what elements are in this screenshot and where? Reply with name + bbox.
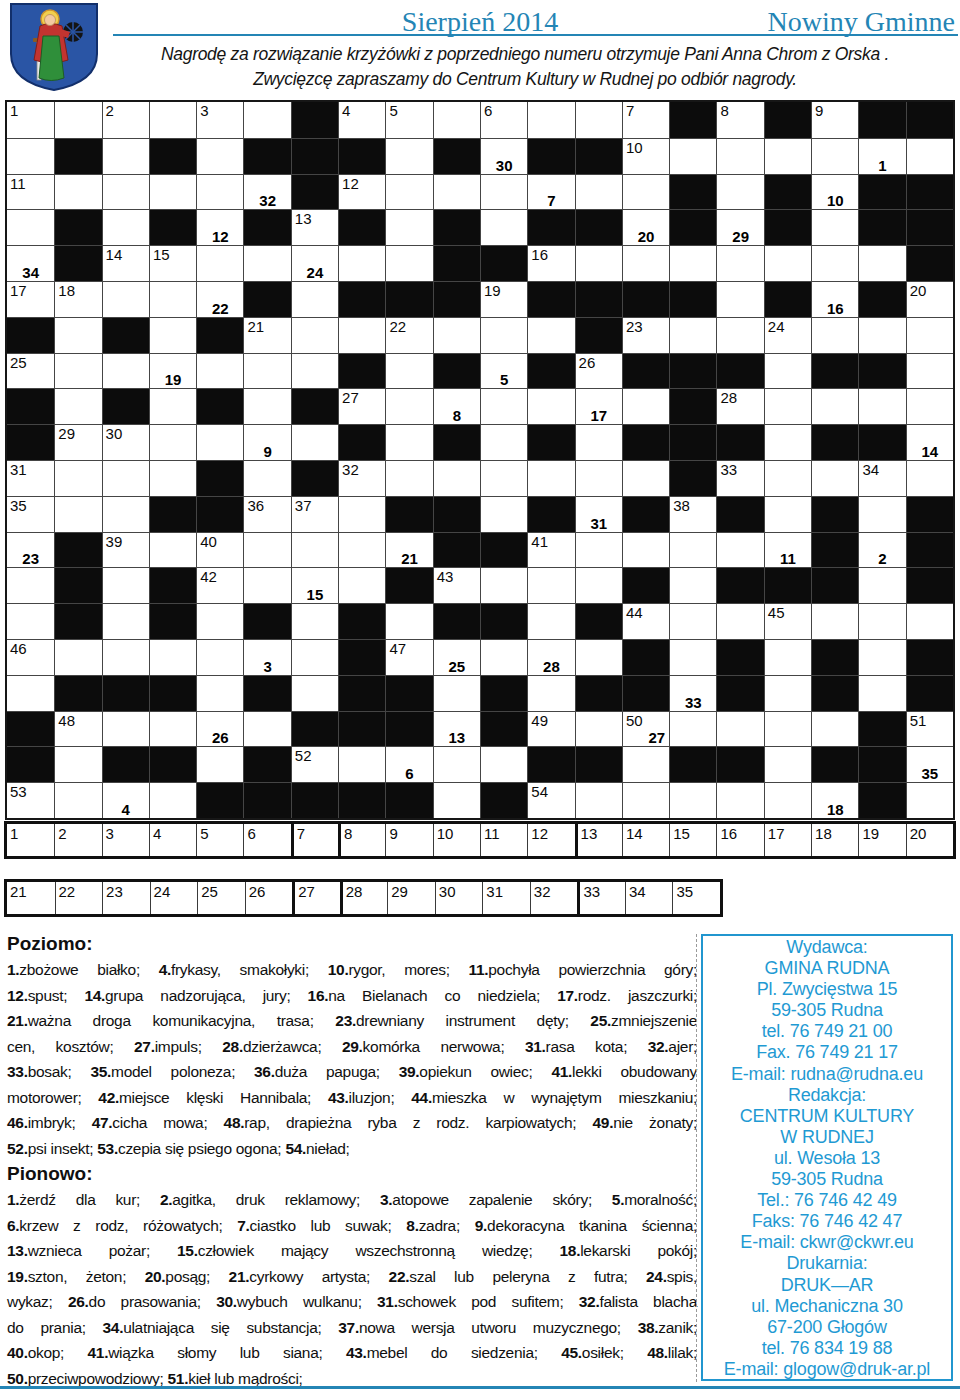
strip-cell-number: 11 bbox=[484, 825, 500, 842]
cell-r18c5[interactable]: 26 bbox=[196, 711, 243, 747]
strip-cell-10[interactable]: 10 bbox=[433, 824, 480, 856]
cell-r5c13[interactable] bbox=[575, 245, 622, 281]
cell-r11c19[interactable]: 34 bbox=[858, 460, 905, 496]
strip-cell-25[interactable]: 25 bbox=[197, 882, 245, 914]
cell-r10c3[interactable]: 30 bbox=[102, 424, 149, 460]
answer-strip-1[interactable]: 1234567891011121314151617181920 bbox=[4, 821, 956, 859]
cell-r5c19[interactable] bbox=[858, 245, 905, 281]
cell-r15c3[interactable] bbox=[102, 603, 149, 639]
cell-r16c12[interactable]: 28 bbox=[527, 639, 574, 675]
cell-r5c12[interactable]: 16 bbox=[527, 245, 574, 281]
cell-r14c13[interactable] bbox=[575, 567, 622, 603]
cell-r1c9[interactable]: 5 bbox=[385, 102, 432, 138]
cell-r15c5[interactable] bbox=[196, 603, 243, 639]
strip-cell-33[interactable]: 33 bbox=[577, 882, 625, 914]
strip-cell-5[interactable]: 5 bbox=[196, 824, 243, 856]
cell-r19c20[interactable]: 35 bbox=[906, 746, 953, 782]
strip-cell-8[interactable]: 8 bbox=[338, 824, 385, 856]
cell-r16c9[interactable]: 47 bbox=[385, 639, 432, 675]
cell-r11c1[interactable]: 31 bbox=[7, 460, 54, 496]
cell-r10c20[interactable]: 14 bbox=[906, 424, 953, 460]
strip-cell-12[interactable]: 12 bbox=[527, 824, 574, 856]
cell-r17c7[interactable] bbox=[291, 675, 338, 711]
cell-r15c16[interactable] bbox=[716, 603, 763, 639]
cell-r11c4[interactable] bbox=[149, 460, 196, 496]
crossword-grid[interactable]: 1234567893010111321271012132029341415241… bbox=[5, 100, 955, 820]
cell-r16c15[interactable] bbox=[669, 639, 716, 675]
cell-r3c1[interactable]: 11 bbox=[7, 174, 54, 210]
cell-r9c19[interactable] bbox=[858, 388, 905, 424]
strip-cell-26[interactable]: 26 bbox=[245, 882, 293, 914]
cell-r16c19[interactable] bbox=[858, 639, 905, 675]
cell-r12c19[interactable] bbox=[858, 496, 905, 532]
cell-r18c3[interactable] bbox=[102, 711, 149, 747]
cell-r15c19[interactable] bbox=[858, 603, 905, 639]
cell-r7c18[interactable] bbox=[811, 317, 858, 353]
cell-r1c16[interactable]: 8 bbox=[716, 102, 763, 138]
cell-r7c15[interactable] bbox=[669, 317, 716, 353]
cell-r15c1[interactable] bbox=[7, 603, 54, 639]
cell-r17c12[interactable] bbox=[527, 675, 574, 711]
cell-r20c13[interactable] bbox=[575, 782, 622, 818]
cell-r11c6[interactable] bbox=[243, 460, 290, 496]
cell-r15c12[interactable] bbox=[527, 603, 574, 639]
cell-r12c8[interactable] bbox=[338, 496, 385, 532]
cell-r1c18[interactable]: 9 bbox=[811, 102, 858, 138]
cell-r14c10[interactable]: 43 bbox=[433, 567, 480, 603]
cell-r19c8[interactable] bbox=[338, 746, 385, 782]
cell-r20c10[interactable] bbox=[433, 782, 480, 818]
cell-r6c18[interactable]: 16 bbox=[811, 281, 858, 317]
cell-r8c9[interactable] bbox=[385, 353, 432, 389]
cell-r15c9[interactable] bbox=[385, 603, 432, 639]
cell-r16c7[interactable] bbox=[291, 639, 338, 675]
cell-r9c2[interactable] bbox=[54, 388, 101, 424]
cell-r7c17[interactable]: 24 bbox=[764, 317, 811, 353]
strip-cell-22[interactable]: 22 bbox=[55, 882, 103, 914]
cell-r6c11[interactable]: 19 bbox=[480, 281, 527, 317]
cell-r4c16[interactable]: 29 bbox=[716, 209, 763, 245]
cell-r16c2[interactable] bbox=[54, 639, 101, 675]
cell-r13c17[interactable]: 11 bbox=[764, 532, 811, 568]
cell-r13c16[interactable] bbox=[716, 532, 763, 568]
cell-r12c6[interactable]: 36 bbox=[243, 496, 290, 532]
cell-r19c10[interactable] bbox=[433, 746, 480, 782]
cell-r9c17[interactable] bbox=[764, 388, 811, 424]
cell-r5c4[interactable]: 15 bbox=[149, 245, 196, 281]
cell-r8c3[interactable] bbox=[102, 353, 149, 389]
clue-number: 20 bbox=[910, 282, 927, 299]
strip-cell-31[interactable]: 31 bbox=[482, 882, 530, 914]
cell-r15c15[interactable] bbox=[669, 603, 716, 639]
cell-r10c4[interactable] bbox=[149, 424, 196, 460]
cell-r3c13[interactable] bbox=[575, 174, 622, 210]
cell-r7c12[interactable] bbox=[527, 317, 574, 353]
cell-r13c3[interactable]: 39 bbox=[102, 532, 149, 568]
cell-r8c13[interactable]: 26 bbox=[575, 353, 622, 389]
cell-r4c9[interactable] bbox=[385, 209, 432, 245]
strip-cell-11[interactable]: 11 bbox=[480, 824, 527, 856]
strip-cell-2[interactable]: 2 bbox=[54, 824, 101, 856]
cell-r14c6[interactable] bbox=[243, 567, 290, 603]
strip-cell-18[interactable]: 18 bbox=[811, 824, 858, 856]
cell-r9c18[interactable] bbox=[811, 388, 858, 424]
cell-r20c17[interactable] bbox=[764, 782, 811, 818]
cell-r8c4[interactable]: 19 bbox=[149, 353, 196, 389]
cell-r1c5[interactable]: 3 bbox=[196, 102, 243, 138]
strip-cell-7[interactable]: 7 bbox=[291, 824, 338, 856]
cell-r11c12[interactable] bbox=[527, 460, 574, 496]
cell-r2c19[interactable]: 1 bbox=[858, 138, 905, 174]
strip-cell-6[interactable]: 6 bbox=[243, 824, 290, 856]
strip-cell-15[interactable]: 15 bbox=[669, 824, 716, 856]
cell-r13c6[interactable] bbox=[243, 532, 290, 568]
cell-r18c18[interactable] bbox=[811, 711, 858, 747]
cell-r13c7[interactable] bbox=[291, 532, 338, 568]
cell-r6c4[interactable] bbox=[149, 281, 196, 317]
cell-r5c1[interactable]: 34 bbox=[7, 245, 54, 281]
cell-r13c9[interactable]: 21 bbox=[385, 532, 432, 568]
cell-r11c14[interactable] bbox=[622, 460, 669, 496]
cell-r3c18[interactable]: 10 bbox=[811, 174, 858, 210]
cell-r17c10[interactable] bbox=[433, 675, 480, 711]
cell-r3c11[interactable] bbox=[480, 174, 527, 210]
cell-r5c14[interactable] bbox=[622, 245, 669, 281]
cell-r16c5[interactable] bbox=[196, 639, 243, 675]
cell-r7c20[interactable] bbox=[906, 317, 953, 353]
cell-r20c1[interactable]: 53 bbox=[7, 782, 54, 818]
strip-cell-24[interactable]: 24 bbox=[150, 882, 198, 914]
cell-r16c1[interactable]: 46 bbox=[7, 639, 54, 675]
cell-r13c15[interactable] bbox=[669, 532, 716, 568]
cell-r2c3[interactable] bbox=[102, 138, 149, 174]
cell-r15c18[interactable] bbox=[811, 603, 858, 639]
cell-r10c13[interactable] bbox=[575, 424, 622, 460]
cell-r18c16[interactable] bbox=[716, 711, 763, 747]
cell-r8c5[interactable] bbox=[196, 353, 243, 389]
cell-r16c13[interactable] bbox=[575, 639, 622, 675]
cell-r7c7[interactable] bbox=[291, 317, 338, 353]
cell-r7c9[interactable]: 22 bbox=[385, 317, 432, 353]
cell-r4c18[interactable] bbox=[811, 209, 858, 245]
cell-r9c6[interactable] bbox=[243, 388, 290, 424]
strip-cell-28[interactable]: 28 bbox=[340, 882, 388, 914]
cell-r20c16[interactable] bbox=[716, 782, 763, 818]
cell-r7c8[interactable] bbox=[338, 317, 385, 353]
cell-r5c15[interactable] bbox=[669, 245, 716, 281]
cell-r6c2[interactable]: 18 bbox=[54, 281, 101, 317]
cell-r13c12[interactable]: 41 bbox=[527, 532, 574, 568]
cell-r20c14[interactable] bbox=[622, 782, 669, 818]
strip-cell-32[interactable]: 32 bbox=[530, 882, 578, 914]
cell-r14c15[interactable] bbox=[669, 567, 716, 603]
cell-r9c8[interactable]: 27 bbox=[338, 388, 385, 424]
cell-r7c19[interactable] bbox=[858, 317, 905, 353]
cell-r1c4[interactable] bbox=[149, 102, 196, 138]
cell-r3c3[interactable] bbox=[102, 174, 149, 210]
cell-r1c13[interactable] bbox=[575, 102, 622, 138]
cell-r4c14[interactable]: 20 bbox=[622, 209, 669, 245]
cell-r19c11[interactable] bbox=[480, 746, 527, 782]
cell-r12c3[interactable] bbox=[102, 496, 149, 532]
strip-cell-16[interactable]: 16 bbox=[716, 824, 763, 856]
cell-r9c20[interactable] bbox=[906, 388, 953, 424]
cell-r20c18[interactable]: 18 bbox=[811, 782, 858, 818]
cell-r2c1[interactable] bbox=[7, 138, 54, 174]
cell-r5c17[interactable] bbox=[764, 245, 811, 281]
strip-cell-34[interactable]: 34 bbox=[625, 882, 673, 914]
cell-r13c14[interactable] bbox=[622, 532, 669, 568]
cell-r9c9[interactable] bbox=[385, 388, 432, 424]
cell-r9c14[interactable] bbox=[622, 388, 669, 424]
cell-r19c14[interactable] bbox=[622, 746, 669, 782]
cell-r11c10[interactable] bbox=[433, 460, 480, 496]
cell-r17c5[interactable] bbox=[196, 675, 243, 711]
cell-r3c5[interactable] bbox=[196, 174, 243, 210]
cell-r8c6[interactable] bbox=[243, 353, 290, 389]
cell-r6c5[interactable]: 22 bbox=[196, 281, 243, 317]
cell-r19c5[interactable] bbox=[196, 746, 243, 782]
cell-r13c8[interactable] bbox=[338, 532, 385, 568]
cell-r10c17[interactable] bbox=[764, 424, 811, 460]
cell-r2c11[interactable]: 30 bbox=[480, 138, 527, 174]
cell-r11c20[interactable] bbox=[906, 460, 953, 496]
cell-r16c11[interactable] bbox=[480, 639, 527, 675]
cell-r14c3[interactable] bbox=[102, 567, 149, 603]
cell-r7c16[interactable] bbox=[716, 317, 763, 353]
cell-r20c3[interactable]: 4 bbox=[102, 782, 149, 818]
cell-r11c16[interactable]: 33 bbox=[716, 460, 763, 496]
cell-r8c7[interactable] bbox=[291, 353, 338, 389]
cell-r13c19[interactable]: 2 bbox=[858, 532, 905, 568]
cell-r1c14[interactable]: 7 bbox=[622, 102, 669, 138]
cell-r18c6[interactable] bbox=[243, 711, 290, 747]
cell-r7c14[interactable]: 23 bbox=[622, 317, 669, 353]
cell-r11c17[interactable] bbox=[764, 460, 811, 496]
strip-cell-21[interactable]: 21 bbox=[7, 882, 55, 914]
cell-r6c7[interactable] bbox=[291, 281, 338, 317]
strip-cell-35[interactable]: 35 bbox=[672, 882, 720, 914]
cell-r4c3[interactable] bbox=[102, 209, 149, 245]
cell-r3c8[interactable]: 12 bbox=[338, 174, 385, 210]
cell-r14c7[interactable]: 15 bbox=[291, 567, 338, 603]
cell-r12c13[interactable]: 31 bbox=[575, 496, 622, 532]
cell-r2c5[interactable] bbox=[196, 138, 243, 174]
cell-r10c2[interactable]: 29 bbox=[54, 424, 101, 460]
strip-cell-23[interactable]: 23 bbox=[102, 882, 150, 914]
cell-r12c17[interactable] bbox=[764, 496, 811, 532]
cell-r13c5[interactable]: 40 bbox=[196, 532, 243, 568]
cell-r6c20[interactable]: 20 bbox=[906, 281, 953, 317]
strip-cell-30[interactable]: 30 bbox=[435, 882, 483, 914]
strip-cell-27[interactable]: 27 bbox=[292, 882, 340, 914]
cell-r1c11[interactable]: 6 bbox=[480, 102, 527, 138]
cell-r1c10[interactable] bbox=[433, 102, 480, 138]
cell-r1c1[interactable]: 1 bbox=[7, 102, 54, 138]
cell-r9c4[interactable] bbox=[149, 388, 196, 424]
cell-r7c11[interactable] bbox=[480, 317, 527, 353]
cell-r5c3[interactable]: 14 bbox=[102, 245, 149, 281]
cell-r15c14[interactable]: 44 bbox=[622, 603, 669, 639]
strip-cell-13[interactable]: 13 bbox=[575, 824, 622, 856]
cell-r1c8[interactable]: 4 bbox=[338, 102, 385, 138]
cell-r16c6[interactable]: 3 bbox=[243, 639, 290, 675]
strip-cell-3[interactable]: 3 bbox=[102, 824, 149, 856]
cell-r19c7[interactable]: 52 bbox=[291, 746, 338, 782]
cell-r16c17[interactable] bbox=[764, 639, 811, 675]
cell-r18c13[interactable] bbox=[575, 711, 622, 747]
cell-r18c15[interactable] bbox=[669, 711, 716, 747]
cell-r20c4[interactable] bbox=[149, 782, 196, 818]
cell-r11c3[interactable] bbox=[102, 460, 149, 496]
cell-r14c1[interactable] bbox=[7, 567, 54, 603]
cell-r15c20[interactable] bbox=[906, 603, 953, 639]
cell-r9c16[interactable]: 28 bbox=[716, 388, 763, 424]
cell-r8c17[interactable] bbox=[764, 353, 811, 389]
cell-r18c20[interactable]: 51 bbox=[906, 711, 953, 747]
cell-r7c6[interactable]: 21 bbox=[243, 317, 290, 353]
cell-r1c12[interactable] bbox=[527, 102, 574, 138]
cell-r9c10[interactable]: 8 bbox=[433, 388, 480, 424]
cell-r20c12[interactable]: 54 bbox=[527, 782, 574, 818]
strip-cell-14[interactable]: 14 bbox=[622, 824, 669, 856]
cell-r5c9[interactable] bbox=[385, 245, 432, 281]
cell-r3c16[interactable] bbox=[716, 174, 763, 210]
cell-r5c16[interactable] bbox=[716, 245, 763, 281]
cell-r2c9[interactable] bbox=[385, 138, 432, 174]
cell-r14c8[interactable] bbox=[338, 567, 385, 603]
cell-r15c7[interactable] bbox=[291, 603, 338, 639]
cell-r18c17[interactable] bbox=[764, 711, 811, 747]
cell-r2c17[interactable] bbox=[764, 138, 811, 174]
strip-cell-20[interactable]: 20 bbox=[906, 824, 953, 856]
cell-r10c5[interactable] bbox=[196, 424, 243, 460]
strip-cell-17[interactable]: 17 bbox=[764, 824, 811, 856]
cell-r8c20[interactable] bbox=[906, 353, 953, 389]
cell-r16c10[interactable]: 25 bbox=[433, 639, 480, 675]
cell-r17c1[interactable] bbox=[7, 675, 54, 711]
cell-r20c15[interactable] bbox=[669, 782, 716, 818]
cell-r4c5[interactable]: 12 bbox=[196, 209, 243, 245]
cell-r16c4[interactable] bbox=[149, 639, 196, 675]
cell-r8c1[interactable]: 25 bbox=[7, 353, 54, 389]
cell-r3c14[interactable] bbox=[622, 174, 669, 210]
cell-r5c6[interactable] bbox=[243, 245, 290, 281]
cell-r12c15[interactable]: 38 bbox=[669, 496, 716, 532]
answer-strip-2[interactable]: 212223242526272829303132333435 bbox=[4, 879, 723, 917]
cell-r20c20[interactable] bbox=[906, 782, 953, 818]
cell-r14c19[interactable] bbox=[858, 567, 905, 603]
cell-r11c13[interactable] bbox=[575, 460, 622, 496]
cell-r14c12[interactable] bbox=[527, 567, 574, 603]
cell-r6c3[interactable] bbox=[102, 281, 149, 317]
cell-r10c6[interactable]: 9 bbox=[243, 424, 290, 460]
cell-r2c14[interactable]: 10 bbox=[622, 138, 669, 174]
strip-cell-1[interactable]: 1 bbox=[7, 824, 54, 856]
strip-cell-4[interactable]: 4 bbox=[149, 824, 196, 856]
cell-r18c10[interactable]: 13 bbox=[433, 711, 480, 747]
cell-r3c10[interactable] bbox=[433, 174, 480, 210]
cell-r11c11[interactable] bbox=[480, 460, 527, 496]
cell-r8c11[interactable]: 5 bbox=[480, 353, 527, 389]
cell-r3c12[interactable]: 7 bbox=[527, 174, 574, 210]
cell-r15c17[interactable]: 45 bbox=[764, 603, 811, 639]
cell-r18c14[interactable]: 5027 bbox=[622, 711, 669, 747]
cell-r9c12[interactable] bbox=[527, 388, 574, 424]
cell-r14c11[interactable] bbox=[480, 567, 527, 603]
cell-r13c1[interactable]: 23 bbox=[7, 532, 54, 568]
cell-r5c5[interactable] bbox=[196, 245, 243, 281]
cell-r3c6[interactable]: 32 bbox=[243, 174, 290, 210]
strip-cell-9[interactable]: 9 bbox=[385, 824, 432, 856]
cell-r7c4[interactable] bbox=[149, 317, 196, 353]
cell-r6c16[interactable] bbox=[716, 281, 763, 317]
cell-r1c6[interactable] bbox=[243, 102, 290, 138]
cell-r18c12[interactable]: 49 bbox=[527, 711, 574, 747]
cell-r6c1[interactable]: 17 bbox=[7, 281, 54, 317]
cell-r13c13[interactable] bbox=[575, 532, 622, 568]
cell-r19c2[interactable] bbox=[54, 746, 101, 782]
cell-r12c11[interactable] bbox=[480, 496, 527, 532]
cell-r2c16[interactable] bbox=[716, 138, 763, 174]
cell-r11c9[interactable] bbox=[385, 460, 432, 496]
cell-r10c11[interactable] bbox=[480, 424, 527, 460]
cell-r2c18[interactable] bbox=[811, 138, 858, 174]
cell-r3c2[interactable] bbox=[54, 174, 101, 210]
cell-r19c9[interactable]: 6 bbox=[385, 746, 432, 782]
cell-r10c7[interactable] bbox=[291, 424, 338, 460]
cell-r11c2[interactable] bbox=[54, 460, 101, 496]
cell-r13c4[interactable] bbox=[149, 532, 196, 568]
cell-r7c10[interactable] bbox=[433, 317, 480, 353]
cell-r12c1[interactable]: 35 bbox=[7, 496, 54, 532]
cell-r11c8[interactable]: 32 bbox=[338, 460, 385, 496]
cell-r1c2[interactable] bbox=[54, 102, 101, 138]
strip-cell-19[interactable]: 19 bbox=[858, 824, 905, 856]
cell-r3c4[interactable] bbox=[149, 174, 196, 210]
cell-r17c15[interactable]: 33 bbox=[669, 675, 716, 711]
cell-r7c2[interactable] bbox=[54, 317, 101, 353]
cell-r9c11[interactable] bbox=[480, 388, 527, 424]
cell-r9c13[interactable]: 17 bbox=[575, 388, 622, 424]
cell-r10c9[interactable] bbox=[385, 424, 432, 460]
cell-r16c3[interactable] bbox=[102, 639, 149, 675]
cell-r18c2[interactable]: 48 bbox=[54, 711, 101, 747]
cell-r11c18[interactable] bbox=[811, 460, 858, 496]
cell-r20c2[interactable] bbox=[54, 782, 101, 818]
cell-r12c7[interactable]: 37 bbox=[291, 496, 338, 532]
cell-r5c18[interactable] bbox=[811, 245, 858, 281]
cell-r19c17[interactable] bbox=[764, 746, 811, 782]
cell-r14c5[interactable]: 42 bbox=[196, 567, 243, 603]
cell-r3c9[interactable] bbox=[385, 174, 432, 210]
cell-r4c1[interactable] bbox=[7, 209, 54, 245]
cell-r17c17[interactable] bbox=[764, 675, 811, 711]
cell-r17c19[interactable] bbox=[858, 675, 905, 711]
cell-r8c2[interactable] bbox=[54, 353, 101, 389]
cell-r18c4[interactable] bbox=[149, 711, 196, 747]
cell-r4c7[interactable]: 13 bbox=[291, 209, 338, 245]
cell-r4c11[interactable] bbox=[480, 209, 527, 245]
cell-r12c2[interactable] bbox=[54, 496, 101, 532]
clue-line: 21.ważna droga komunikacyjna, trasa; 23.… bbox=[7, 1008, 697, 1034]
cell-r5c8[interactable] bbox=[338, 245, 385, 281]
cell-r2c15[interactable] bbox=[669, 138, 716, 174]
cell-r1c3[interactable]: 2 bbox=[102, 102, 149, 138]
cell-r5c7[interactable]: 24 bbox=[291, 245, 338, 281]
cell-r2c20[interactable] bbox=[906, 138, 953, 174]
strip-cell-29[interactable]: 29 bbox=[387, 882, 435, 914]
